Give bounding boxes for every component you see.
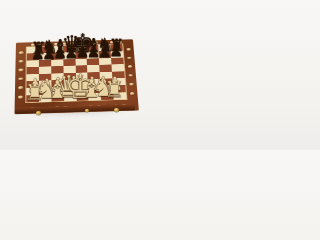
rosette-ornament — [129, 92, 134, 95]
square-c1 — [51, 94, 64, 102]
rosette-ornament — [126, 48, 131, 51]
square-h1 — [113, 92, 126, 100]
rosette-ornament — [128, 74, 133, 77]
rosette-ornament — [129, 83, 134, 86]
rosette-ornament — [18, 86, 23, 89]
hinge-foot-left — [36, 111, 41, 115]
square-b1 — [39, 94, 52, 102]
square-e1 — [76, 93, 89, 101]
rosette-ornament — [127, 56, 132, 59]
square-g1 — [101, 92, 114, 100]
square-d1 — [64, 94, 77, 102]
rosette-ornament — [19, 60, 24, 63]
rosette-ornament — [127, 65, 132, 68]
chess-set-photo: ♜♞♝♛♚♝♞♜♟♟♟♟♟♟♟♟♟♟♟♟♟♟♟♟♜♞♝♛♚♝♞♜ — [0, 0, 150, 150]
board-tilt-wrapper — [0, 0, 150, 150]
square-a1 — [26, 95, 39, 103]
rosette-ornament — [19, 51, 24, 54]
rosette-ornament — [19, 69, 24, 72]
square-f1 — [89, 93, 102, 101]
rosette-ornament — [18, 95, 23, 98]
board-squares — [26, 44, 126, 102]
rosette-ornament — [18, 77, 23, 80]
chess-board — [14, 39, 138, 114]
